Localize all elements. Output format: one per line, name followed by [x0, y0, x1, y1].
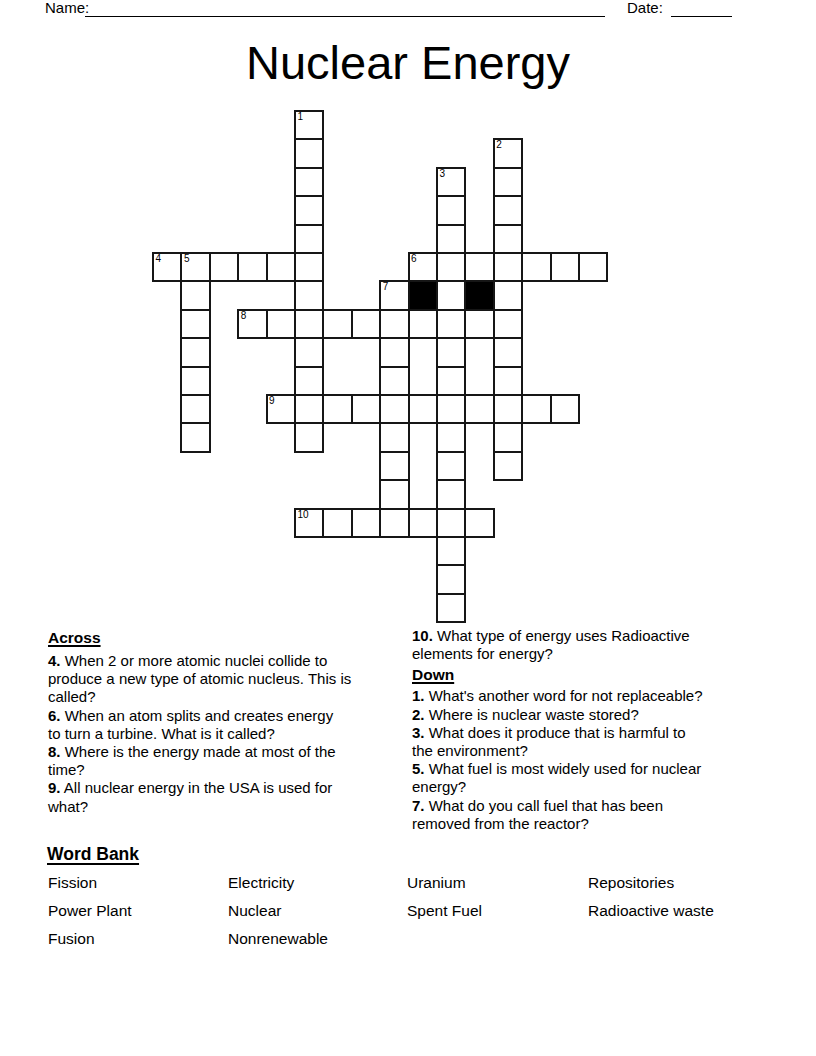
word-bank-item: Radioactive waste: [588, 897, 714, 925]
grid-cell[interactable]: [493, 394, 523, 424]
word-bank-column-4: Repositories Radioactive waste: [588, 869, 714, 925]
word-bank-item: Nuclear: [228, 897, 328, 925]
cell-number: 8: [241, 311, 247, 321]
black-cell: [408, 280, 438, 310]
grid-cell[interactable]: [436, 451, 466, 481]
grid-cell[interactable]: [436, 394, 466, 424]
grid-cell[interactable]: [436, 280, 466, 310]
word-bank-heading: Word Bank: [47, 844, 139, 864]
cell-number: 4: [156, 254, 162, 264]
clue-across-6: 6. When an atom splits and creates energ…: [48, 707, 426, 743]
grid-cell[interactable]: [436, 366, 466, 396]
clue-across-9: 9. All nuclear energy in the USA is used…: [48, 779, 426, 815]
word-bank-column-2: Electricity Nuclear Nonrenewable: [228, 869, 328, 954]
cell-number: 3: [440, 169, 446, 179]
clue-text: When an atom splits and creates energy t…: [48, 707, 333, 742]
grid-cell[interactable]: [493, 337, 523, 367]
grid-cell[interactable]: [521, 394, 551, 424]
grid-cell[interactable]: [379, 479, 409, 509]
black-cell: [464, 280, 494, 310]
grid-cell[interactable]: [180, 422, 210, 452]
clue-text: What fuel is most widely used for nuclea…: [412, 760, 701, 795]
grid-cell[interactable]: [436, 195, 466, 225]
clue-number: 5.: [412, 760, 425, 777]
word-bank-item: Repositories: [588, 869, 714, 897]
word-bank-item: Fission: [48, 869, 132, 897]
clue-down-2: 2. Where is nuclear waste stored?: [412, 706, 790, 724]
word-bank-item: Nonrenewable: [228, 925, 328, 953]
grid-cell[interactable]: [294, 138, 324, 168]
clue-text: What's another word for not replaceable?: [429, 687, 703, 704]
word-bank-item: Electricity: [228, 869, 328, 897]
grid-cell[interactable]: [493, 422, 523, 452]
grid-cell[interactable]: [294, 224, 324, 254]
crossword-grid: 12345678910: [152, 110, 609, 624]
grid-cell[interactable]: [351, 309, 381, 339]
grid-cell[interactable]: [379, 394, 409, 424]
clue-text: Where is the energy made at most of the …: [48, 743, 336, 778]
clue-across-10: 10. What type of energy uses Radioactive…: [412, 627, 790, 663]
grid-cell[interactable]: [351, 508, 381, 538]
grid-cell[interactable]: [379, 422, 409, 452]
worksheet-page: { "game": "crossword", "title": "Nuclear…: [0, 0, 816, 1056]
grid-cell[interactable]: [379, 508, 409, 538]
grid-cell[interactable]: [436, 593, 466, 623]
grid-cell[interactable]: [294, 366, 324, 396]
clue-text: What do you call fuel that has been remo…: [412, 797, 663, 832]
name-label: Name:: [45, 0, 89, 16]
grid-cell[interactable]: [351, 394, 381, 424]
cell-number: 9: [269, 396, 275, 406]
grid-cell[interactable]: [209, 252, 239, 282]
grid-cell[interactable]: [180, 394, 210, 424]
grid-cell[interactable]: [294, 337, 324, 367]
name-input-line[interactable]: [85, 0, 605, 17]
grid-cell[interactable]: [436, 508, 466, 538]
down-heading: Down: [412, 666, 790, 683]
cell-number: 10: [298, 510, 309, 520]
grid-cell[interactable]: [493, 280, 523, 310]
clue-number: 4.: [48, 652, 61, 669]
grid-cell[interactable]: [436, 252, 466, 282]
grid-cell[interactable]: [180, 280, 210, 310]
grid-cell[interactable]: [436, 564, 466, 594]
grid-cell[interactable]: [436, 479, 466, 509]
clue-number: 6.: [48, 707, 61, 724]
clue-number: 7.: [412, 797, 425, 814]
clue-number: 8.: [48, 743, 61, 760]
clue-across-8: 8. Where is the energy made at most of t…: [48, 743, 426, 779]
grid-cell[interactable]: [408, 508, 438, 538]
date-input-line[interactable]: [671, 0, 732, 17]
clue-text: Where is nuclear waste stored?: [429, 706, 639, 723]
grid-cell[interactable]: [493, 252, 523, 282]
clue-down-5: 5. What fuel is most widely used for nuc…: [412, 760, 790, 796]
grid-cell[interactable]: [180, 366, 210, 396]
grid-cell[interactable]: [266, 309, 296, 339]
word-bank-item: Uranium: [407, 869, 482, 897]
word-bank-column-1: Fission Power Plant Fusion: [48, 869, 132, 954]
grid-cell[interactable]: [294, 195, 324, 225]
grid-cell[interactable]: [294, 252, 324, 282]
cell-number: 1: [298, 112, 304, 122]
date-label: Date:: [627, 0, 663, 16]
grid-cell[interactable]: [408, 309, 438, 339]
cell-number: 5: [184, 254, 190, 264]
clue-down-1: 1. What's another word for not replaceab…: [412, 687, 790, 705]
grid-cell[interactable]: [294, 422, 324, 452]
grid-cell[interactable]: [493, 309, 523, 339]
word-bank-column-3: Uranium Spent Fuel: [407, 869, 482, 925]
grid-cell[interactable]: [180, 309, 210, 339]
clue-text: When 2 or more atomic nuclei collide to …: [48, 652, 351, 705]
grid-cell[interactable]: [294, 394, 324, 424]
cell-number: 2: [496, 140, 502, 150]
down-clues-section: 10. What type of energy uses Radioactive…: [412, 627, 790, 833]
across-clues-section: Across 4. When 2 or more atomic nuclei c…: [48, 629, 426, 816]
grid-cell[interactable]: [436, 224, 466, 254]
clue-number: 1.: [412, 687, 425, 704]
grid-cell[interactable]: [464, 508, 494, 538]
clue-number: 10.: [412, 627, 433, 644]
grid-cell[interactable]: [521, 252, 551, 282]
clue-text: What type of energy uses Radioactive ele…: [412, 627, 690, 662]
clue-across-4: 4. When 2 or more atomic nuclei collide …: [48, 652, 426, 707]
page-title: Nuclear Energy: [0, 34, 816, 92]
grid-cell[interactable]: [436, 309, 466, 339]
grid-cell[interactable]: [322, 394, 352, 424]
grid-cell[interactable]: [379, 451, 409, 481]
grid-cell[interactable]: [493, 195, 523, 225]
clue-text: All nuclear energy in the USA is used fo…: [48, 779, 332, 814]
grid-cell[interactable]: [180, 337, 210, 367]
page: Name: Date: Nuclear Energy 12345678910 A…: [0, 0, 816, 1056]
across-heading: Across: [48, 629, 426, 646]
clue-number: 9.: [48, 779, 61, 796]
clue-down-3: 3. What does it produce that is harmful …: [412, 724, 790, 760]
grid-cell[interactable]: [436, 536, 466, 566]
word-bank-item: Power Plant: [48, 897, 132, 925]
grid-cell[interactable]: [294, 167, 324, 197]
clue-number: 2.: [412, 706, 425, 723]
grid-cell[interactable]: [493, 366, 523, 396]
grid-cell[interactable]: [464, 252, 494, 282]
cell-number: 6: [411, 254, 417, 264]
grid-cell[interactable]: [266, 252, 296, 282]
grid-cell[interactable]: [322, 508, 352, 538]
grid-cell[interactable]: [493, 167, 523, 197]
clue-text: What does it produce that is harmful to …: [412, 724, 685, 759]
grid-cell[interactable]: [379, 337, 409, 367]
grid-cell[interactable]: [408, 394, 438, 424]
word-bank-item: Spent Fuel: [407, 897, 482, 925]
grid-cell[interactable]: [493, 451, 523, 481]
grid-cell[interactable]: [436, 422, 466, 452]
clue-number: 3.: [412, 724, 425, 741]
word-bank-item: Fusion: [48, 925, 132, 953]
grid-cell[interactable]: [294, 309, 324, 339]
grid-cell[interactable]: [322, 309, 352, 339]
clue-down-7: 7. What do you call fuel that has been r…: [412, 797, 790, 833]
grid-cell[interactable]: [550, 394, 580, 424]
grid-cell[interactable]: [294, 280, 324, 310]
grid-cell[interactable]: [379, 366, 409, 396]
grid-cell[interactable]: [550, 252, 580, 282]
grid-cell[interactable]: [379, 309, 409, 339]
grid-cell[interactable]: [464, 309, 494, 339]
cell-number: 7: [383, 282, 389, 292]
grid-cell[interactable]: [493, 224, 523, 254]
grid-cell[interactable]: [464, 394, 494, 424]
grid-cell[interactable]: [436, 337, 466, 367]
grid-cell[interactable]: [237, 252, 267, 282]
grid-cell[interactable]: [578, 252, 608, 282]
